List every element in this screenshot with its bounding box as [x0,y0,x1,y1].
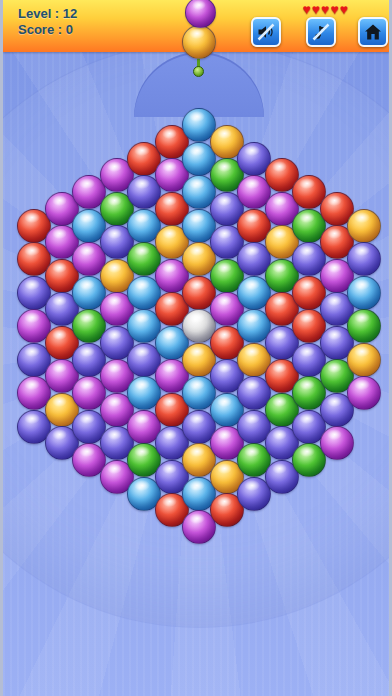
bubble[interactable] [347,343,381,377]
bubble[interactable] [347,309,381,343]
level-label: Level : 12 [18,6,77,22]
music-muted-icon [311,22,331,42]
home-icon [363,22,383,42]
bubble[interactable] [347,242,381,276]
lives-hearts: ♥♥♥♥♥ [302,1,349,17]
score-label: Score : 0 [18,22,77,38]
launcher-current-bubble[interactable] [182,25,216,59]
mute-music-button[interactable] [306,17,336,47]
bubble-board[interactable] [3,0,389,696]
bubble[interactable] [347,376,381,410]
bubble[interactable] [320,426,354,460]
game-screen: Level : 12 Score : 0 ♥♥♥♥♥ [0,0,392,696]
bubble[interactable] [347,276,381,310]
home-button[interactable] [358,17,388,47]
mute-sound-button[interactable] [251,17,281,47]
level-score-panel: Level : 12 Score : 0 [18,6,77,38]
speaker-muted-icon [256,22,276,42]
bubble[interactable] [347,209,381,243]
